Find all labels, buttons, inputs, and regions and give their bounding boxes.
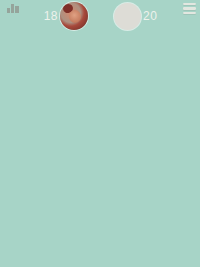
outofthebit-mini-logo-icon [7, 4, 21, 13]
top-bar: 18 20 [0, 0, 200, 42]
app-screen: 18 20 outofthebit [0, 0, 200, 267]
right-player-avatar [114, 3, 141, 30]
avatar-face [121, 8, 134, 23]
left-player-avatar [60, 2, 88, 30]
right-player-score: 20 [143, 9, 157, 23]
left-player-score: 18 [42, 9, 58, 23]
menu-hamburger-icon[interactable] [183, 3, 196, 14]
